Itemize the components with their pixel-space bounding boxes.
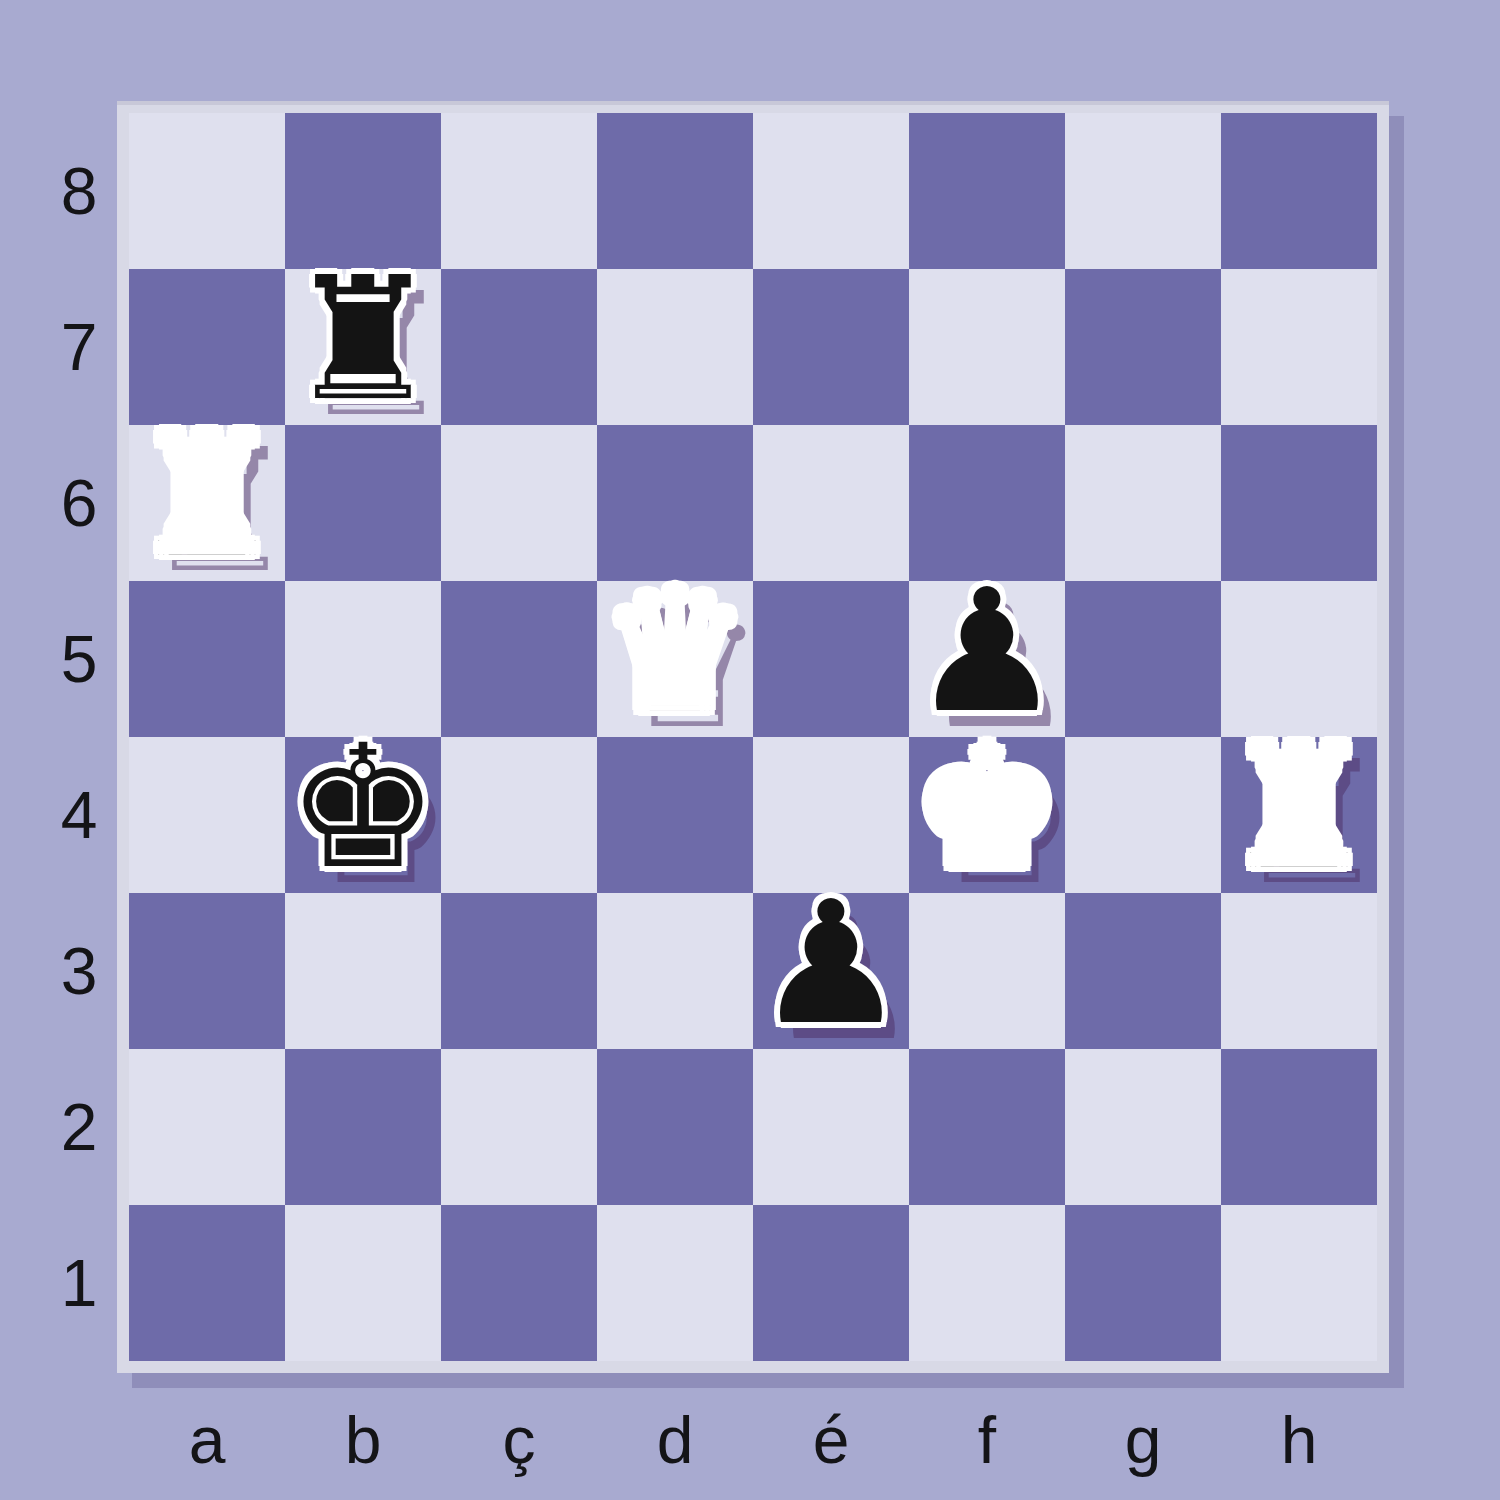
square-d8[interactable] xyxy=(597,113,753,269)
square-e5[interactable] xyxy=(753,581,909,737)
square-c5[interactable] xyxy=(441,581,597,737)
square-g7[interactable] xyxy=(1065,269,1221,425)
square-d7[interactable] xyxy=(597,269,753,425)
white-queen[interactable]: ♛ xyxy=(599,573,751,729)
square-c6[interactable] xyxy=(441,425,597,581)
file-label-b: b xyxy=(285,1392,441,1488)
rank-label-4: 4 xyxy=(40,737,118,893)
square-h2[interactable] xyxy=(1221,1049,1377,1205)
square-b2[interactable] xyxy=(285,1049,441,1205)
square-e7[interactable] xyxy=(753,269,909,425)
square-d4[interactable] xyxy=(597,737,753,893)
white-rook[interactable]: ♜ xyxy=(131,417,283,573)
black-rook[interactable]: ♜ xyxy=(287,261,439,417)
file-label-h: h xyxy=(1221,1392,1377,1488)
square-c2[interactable] xyxy=(441,1049,597,1205)
rank-label-8: 8 xyxy=(40,113,118,269)
square-h6[interactable] xyxy=(1221,425,1377,581)
square-b3[interactable] xyxy=(285,893,441,1049)
black-king[interactable]: ♚ xyxy=(287,729,439,885)
file-label-d: d xyxy=(597,1392,753,1488)
square-g3[interactable] xyxy=(1065,893,1221,1049)
square-a1[interactable] xyxy=(129,1205,285,1361)
square-a3[interactable] xyxy=(129,893,285,1049)
square-b6[interactable] xyxy=(285,425,441,581)
black-pawn[interactable]: ♟ xyxy=(911,573,1063,729)
square-c7[interactable] xyxy=(441,269,597,425)
square-h8[interactable] xyxy=(1221,113,1377,269)
chess-diagram: 87654321 ♜♜♛♟♚♚♜♟ abçdéfgh xyxy=(0,0,1500,1500)
chess-board: ♜♜♛♟♚♚♜♟ xyxy=(129,113,1377,1361)
square-c4[interactable] xyxy=(441,737,597,893)
rank-label-7: 7 xyxy=(40,269,118,425)
file-labels: abçdéfgh xyxy=(129,1392,1377,1488)
square-d5[interactable]: ♛ xyxy=(597,581,753,737)
file-label-c: ç xyxy=(441,1392,597,1488)
square-f7[interactable] xyxy=(909,269,1065,425)
square-c1[interactable] xyxy=(441,1205,597,1361)
square-e8[interactable] xyxy=(753,113,909,269)
square-d1[interactable] xyxy=(597,1205,753,1361)
square-d3[interactable] xyxy=(597,893,753,1049)
square-g6[interactable] xyxy=(1065,425,1221,581)
square-h1[interactable] xyxy=(1221,1205,1377,1361)
square-h7[interactable] xyxy=(1221,269,1377,425)
file-label-g: g xyxy=(1065,1392,1221,1488)
square-g5[interactable] xyxy=(1065,581,1221,737)
square-a5[interactable] xyxy=(129,581,285,737)
square-b1[interactable] xyxy=(285,1205,441,1361)
chess-board-frame: ♜♜♛♟♚♚♜♟ xyxy=(117,101,1389,1373)
square-f4[interactable]: ♚ xyxy=(909,737,1065,893)
rank-labels: 87654321 xyxy=(40,113,118,1361)
square-g1[interactable] xyxy=(1065,1205,1221,1361)
rank-label-1: 1 xyxy=(40,1205,118,1361)
square-h3[interactable] xyxy=(1221,893,1377,1049)
white-rook[interactable]: ♜ xyxy=(1223,729,1375,885)
rank-label-5: 5 xyxy=(40,581,118,737)
square-e2[interactable] xyxy=(753,1049,909,1205)
file-label-e: é xyxy=(753,1392,909,1488)
square-a2[interactable] xyxy=(129,1049,285,1205)
white-king[interactable]: ♚ xyxy=(911,729,1063,885)
square-e3[interactable]: ♟ xyxy=(753,893,909,1049)
square-g4[interactable] xyxy=(1065,737,1221,893)
file-label-a: a xyxy=(129,1392,285,1488)
black-pawn[interactable]: ♟ xyxy=(755,885,907,1041)
square-a8[interactable] xyxy=(129,113,285,269)
square-e6[interactable] xyxy=(753,425,909,581)
square-f2[interactable] xyxy=(909,1049,1065,1205)
square-c3[interactable] xyxy=(441,893,597,1049)
rank-label-6: 6 xyxy=(40,425,118,581)
square-b7[interactable]: ♜ xyxy=(285,269,441,425)
square-a4[interactable] xyxy=(129,737,285,893)
square-c8[interactable] xyxy=(441,113,597,269)
square-g2[interactable] xyxy=(1065,1049,1221,1205)
square-a6[interactable]: ♜ xyxy=(129,425,285,581)
square-f8[interactable] xyxy=(909,113,1065,269)
square-h4[interactable]: ♜ xyxy=(1221,737,1377,893)
file-label-f: f xyxy=(909,1392,1065,1488)
rank-label-3: 3 xyxy=(40,893,118,1049)
square-b4[interactable]: ♚ xyxy=(285,737,441,893)
square-g8[interactable] xyxy=(1065,113,1221,269)
square-f3[interactable] xyxy=(909,893,1065,1049)
square-d2[interactable] xyxy=(597,1049,753,1205)
rank-label-2: 2 xyxy=(40,1049,118,1205)
square-e1[interactable] xyxy=(753,1205,909,1361)
square-f1[interactable] xyxy=(909,1205,1065,1361)
